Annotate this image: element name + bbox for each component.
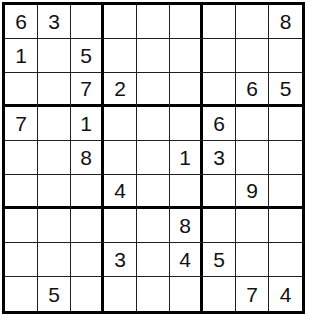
cell-r4c8[interactable] [236,107,269,141]
cell-r2c2[interactable] [38,39,71,73]
cell-r8c3[interactable] [71,243,104,277]
cell-r8c8[interactable] [236,243,269,277]
given-digit: 5 [48,284,60,305]
given-digit: 3 [48,11,60,32]
cell-r4c6[interactable] [170,107,203,141]
cell-r9c1[interactable] [5,277,38,311]
cell-r1c5[interactable] [137,5,170,39]
cell-r1c1: 6 [5,5,38,39]
cell-r4c3: 1 [71,107,104,141]
cell-r4c1: 7 [5,107,38,141]
cell-r7c4[interactable] [104,209,137,243]
cell-r8c5[interactable] [137,243,170,277]
cell-r6c5[interactable] [137,175,170,209]
cell-r2c6[interactable] [170,39,203,73]
cell-r4c2[interactable] [38,107,71,141]
given-digit: 5 [213,249,225,270]
given-digit: 8 [280,11,292,32]
sudoku-page: 638157265716813498345574 [0,0,312,320]
given-digit: 3 [213,147,225,168]
given-digit: 8 [80,147,92,168]
cell-r7c7[interactable] [203,209,236,243]
given-digit: 6 [15,11,27,32]
cell-r3c7[interactable] [203,73,236,107]
cell-r3c5[interactable] [137,73,170,107]
cell-r3c1[interactable] [5,73,38,107]
cell-r7c9[interactable] [269,209,302,243]
cell-r1c6[interactable] [170,5,203,39]
cell-r1c4[interactable] [104,5,137,39]
cell-r5c7: 3 [203,141,236,175]
given-digit: 3 [114,249,126,270]
cell-r1c2: 3 [38,5,71,39]
cell-r1c7[interactable] [203,5,236,39]
cell-r2c9[interactable] [269,39,302,73]
cell-r2c5[interactable] [137,39,170,73]
cell-r5c6: 1 [170,141,203,175]
given-digit: 7 [246,284,258,305]
cell-r8c6: 4 [170,243,203,277]
cell-r8c9[interactable] [269,243,302,277]
cell-r7c6: 8 [170,209,203,243]
given-digit: 8 [179,215,191,236]
given-digit: 7 [80,78,92,99]
given-digit: 6 [213,113,225,134]
cell-r9c3[interactable] [71,277,104,311]
cell-r8c4: 3 [104,243,137,277]
cell-r3c4: 2 [104,73,137,107]
cell-r3c8: 6 [236,73,269,107]
cell-r8c2[interactable] [38,243,71,277]
cell-r3c3: 7 [71,73,104,107]
cell-r7c3[interactable] [71,209,104,243]
cell-r5c2[interactable] [38,141,71,175]
cell-r7c2[interactable] [38,209,71,243]
cell-r6c4: 4 [104,175,137,209]
cell-r9c2: 5 [38,277,71,311]
cell-r5c3: 8 [71,141,104,175]
cell-r6c7[interactable] [203,175,236,209]
cell-r2c4[interactable] [104,39,137,73]
given-digit: 4 [280,284,292,305]
cell-r3c2[interactable] [38,73,71,107]
cell-r2c8[interactable] [236,39,269,73]
cell-r4c9[interactable] [269,107,302,141]
sudoku-board: 638157265716813498345574 [2,2,305,314]
cell-r9c9: 4 [269,277,302,311]
cell-r6c6[interactable] [170,175,203,209]
given-digit: 4 [114,180,126,201]
cell-r6c1[interactable] [5,175,38,209]
cell-r7c5[interactable] [137,209,170,243]
cell-r4c7: 6 [203,107,236,141]
cell-r2c1: 1 [5,39,38,73]
given-digit: 5 [280,78,292,99]
cell-r3c9: 5 [269,73,302,107]
cell-r9c4[interactable] [104,277,137,311]
cell-r8c7: 5 [203,243,236,277]
given-digit: 1 [15,45,27,66]
given-digit: 4 [179,249,191,270]
given-digit: 5 [80,45,92,66]
cell-r6c8: 9 [236,175,269,209]
cell-r8c1[interactable] [5,243,38,277]
cell-r7c1[interactable] [5,209,38,243]
given-digit: 1 [179,147,191,168]
cell-r3c6[interactable] [170,73,203,107]
cell-r6c3[interactable] [71,175,104,209]
given-digit: 2 [114,78,126,99]
cell-r7c8[interactable] [236,209,269,243]
cell-r1c8[interactable] [236,5,269,39]
cell-r9c6[interactable] [170,277,203,311]
cell-r2c7[interactable] [203,39,236,73]
cell-r9c8: 7 [236,277,269,311]
cell-r1c3[interactable] [71,5,104,39]
cell-r5c5[interactable] [137,141,170,175]
cell-r1c9: 8 [269,5,302,39]
given-digit: 7 [15,113,27,134]
cell-r5c1[interactable] [5,141,38,175]
given-digit: 6 [246,78,258,99]
cell-r4c4[interactable] [104,107,137,141]
cell-r6c9[interactable] [269,175,302,209]
cell-r9c7[interactable] [203,277,236,311]
cell-r9c5[interactable] [137,277,170,311]
cell-r4c5[interactable] [137,107,170,141]
cell-r5c9[interactable] [269,141,302,175]
cell-r6c2[interactable] [38,175,71,209]
cell-r2c3: 5 [71,39,104,73]
given-digit: 9 [246,180,258,201]
given-digit: 1 [80,113,92,134]
cell-r5c4[interactable] [104,141,137,175]
cell-r5c8[interactable] [236,141,269,175]
